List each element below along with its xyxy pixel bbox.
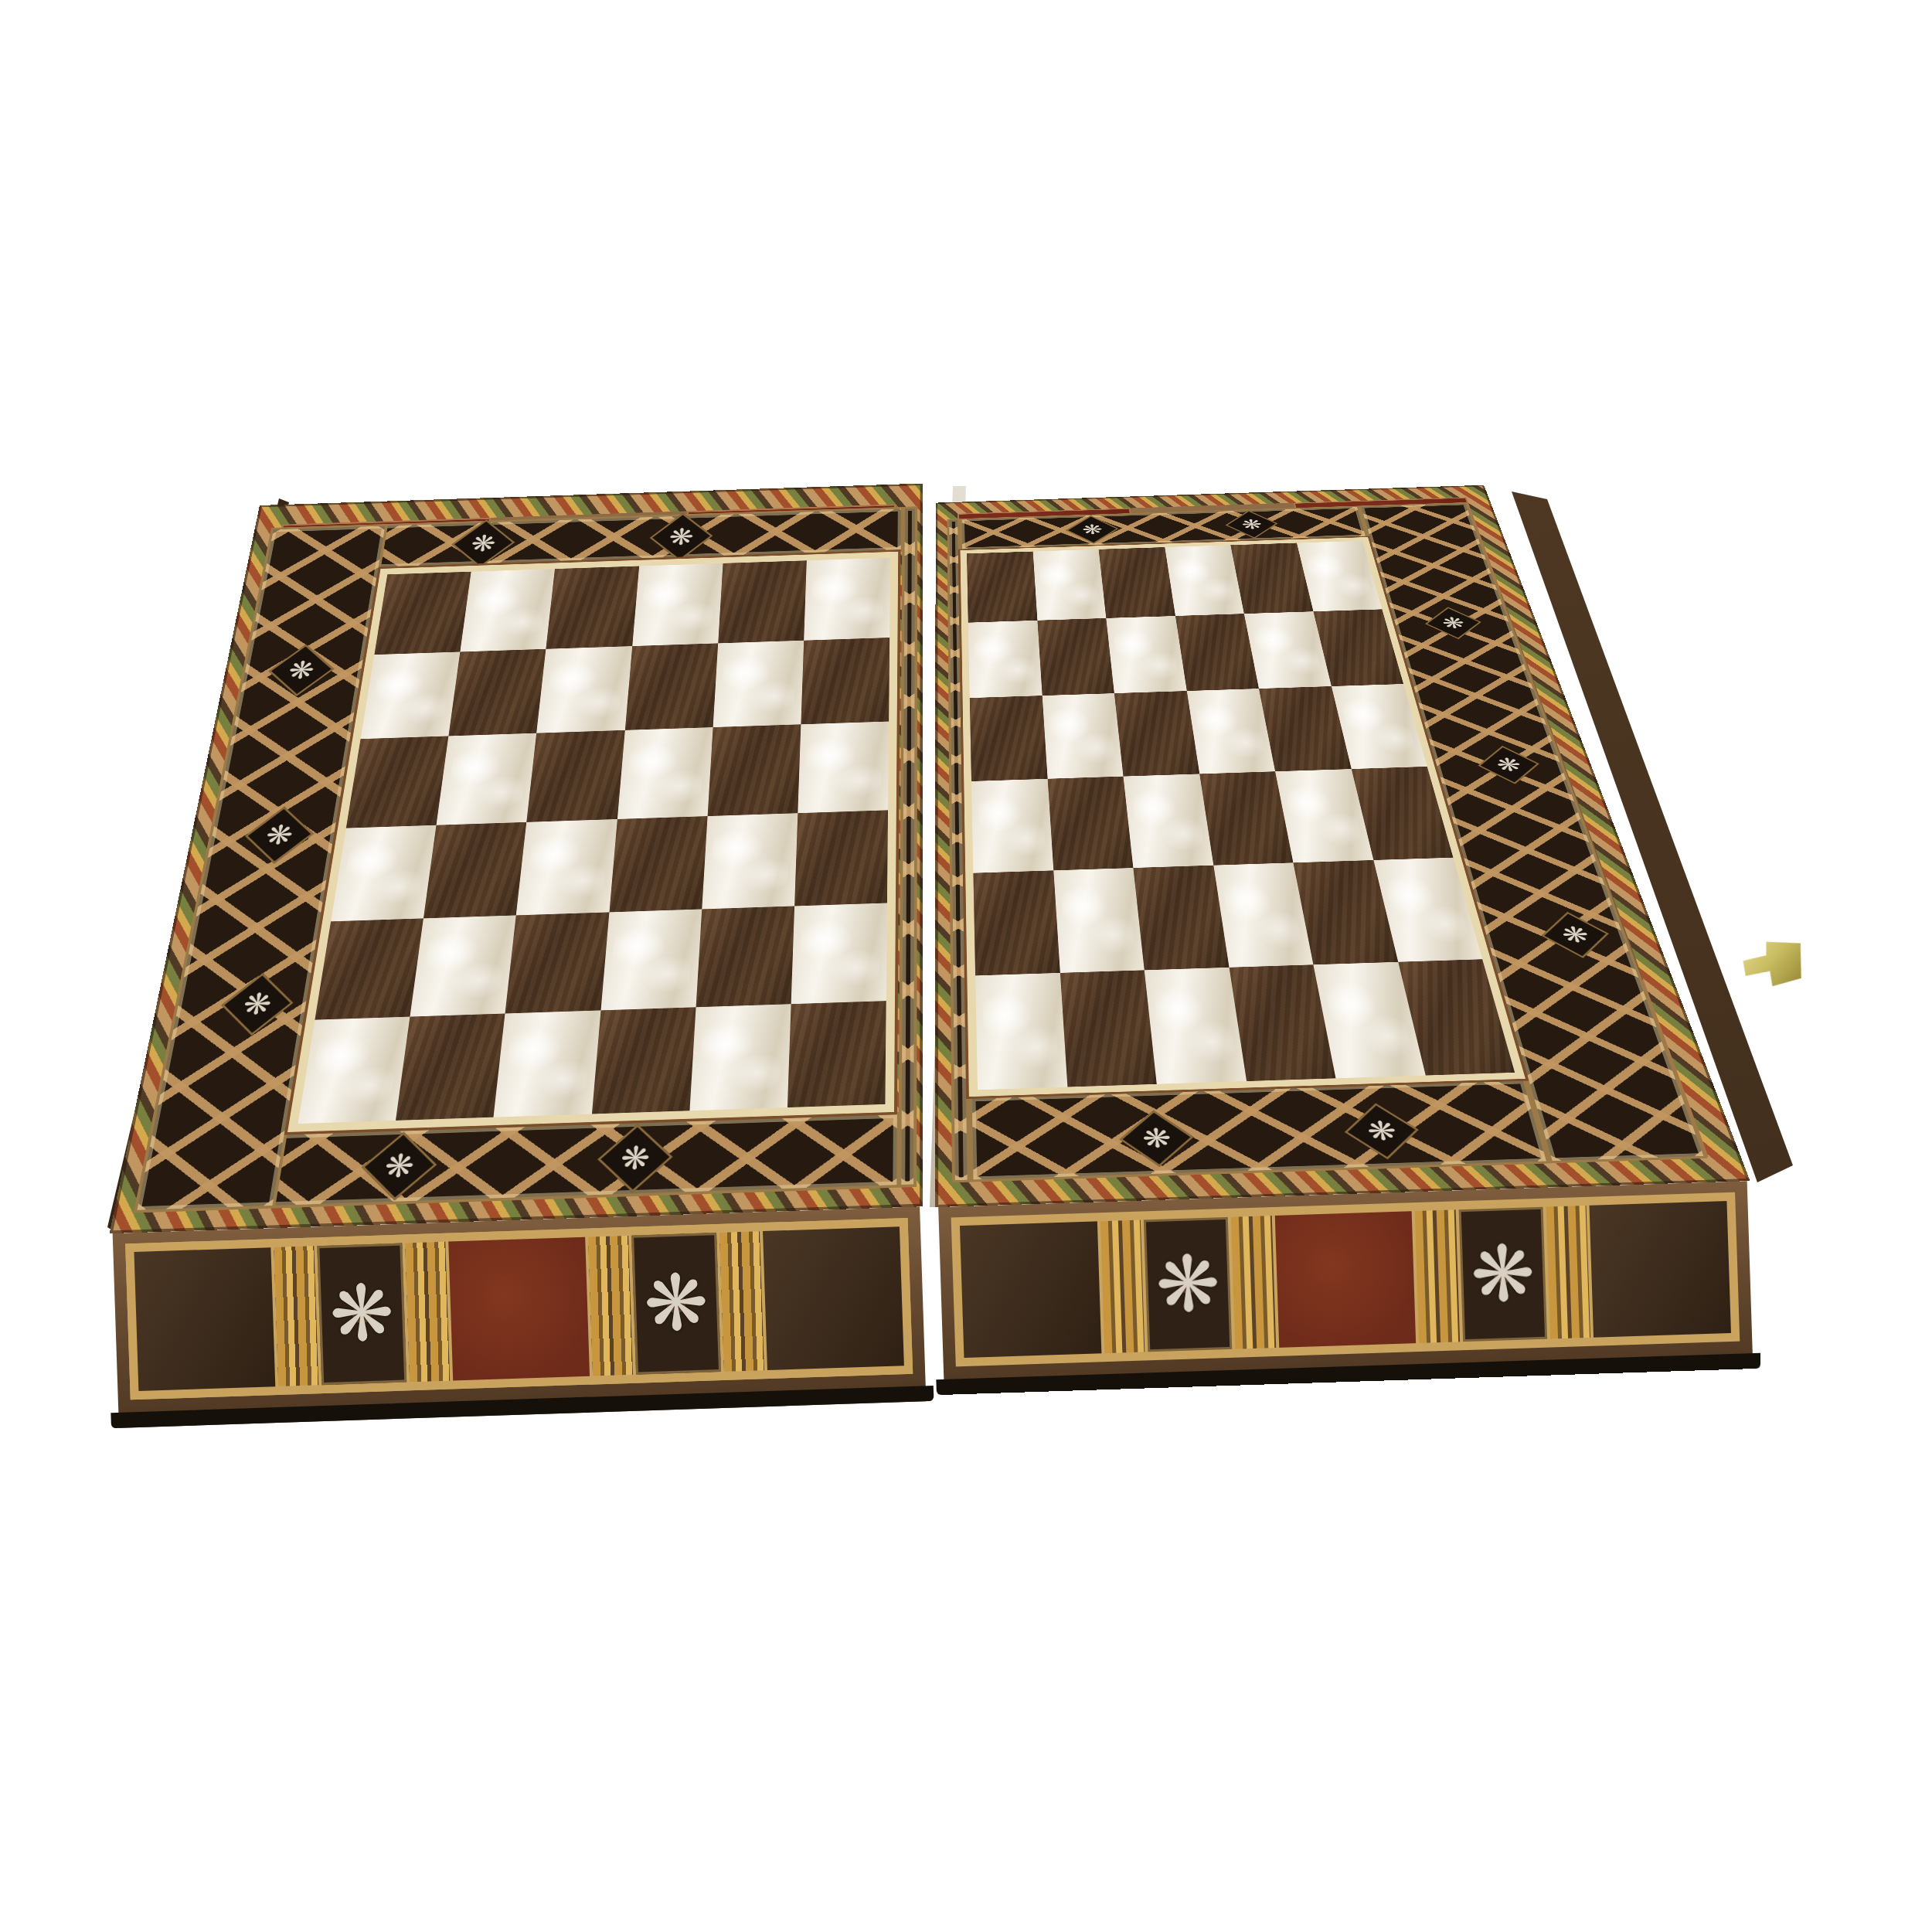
board-square xyxy=(791,903,886,1004)
board-left-half: ❋ ❋ ❋ ❋ ❋ ❋ ❋ ❋❋ xyxy=(86,485,930,1428)
board-square xyxy=(1047,776,1133,870)
board-square xyxy=(423,821,526,918)
checkerboard-left xyxy=(298,558,890,1124)
front-panel-stripes xyxy=(405,1242,450,1383)
front-panel-stripes xyxy=(1546,1206,1591,1339)
board-right-half: ❋ ❋ ❋ ❋ ❋ ❋ ❋ ❋❋ xyxy=(913,478,1757,1395)
front-panel-stripes xyxy=(719,1231,764,1372)
board-square xyxy=(536,646,631,733)
rosette-icon: ❋ xyxy=(1155,1245,1222,1325)
front-panel-rosette: ❋ xyxy=(1458,1207,1547,1342)
board-square xyxy=(460,569,555,651)
board-square xyxy=(689,1004,791,1111)
board-square xyxy=(970,696,1047,781)
front-panel-red xyxy=(1274,1211,1416,1348)
board-square xyxy=(718,560,807,643)
front-panel-dark xyxy=(763,1226,904,1370)
board-square xyxy=(787,1001,886,1107)
brass-latch xyxy=(1742,939,1804,988)
front-panel-dark xyxy=(134,1247,275,1391)
board-square xyxy=(696,906,794,1007)
board-square xyxy=(546,566,639,649)
left-top-surface: ❋ ❋ ❋ ❋ ❋ ❋ ❋ xyxy=(110,484,923,1234)
right-front-face-frame: ❋❋ xyxy=(951,1192,1740,1367)
board-square xyxy=(1060,970,1156,1087)
board-square xyxy=(1032,549,1106,621)
board-square xyxy=(1042,693,1123,778)
board-square xyxy=(1053,868,1145,973)
front-panel-red xyxy=(448,1237,590,1381)
front-panel-dark xyxy=(1590,1201,1731,1338)
board-square xyxy=(346,736,449,828)
board-square xyxy=(298,1016,410,1124)
front-panel-rosette: ❋ xyxy=(1144,1217,1233,1352)
board-square xyxy=(437,733,537,825)
board-square xyxy=(410,915,516,1016)
front-panel-stripes xyxy=(274,1246,319,1386)
board-square xyxy=(971,779,1053,873)
board-square xyxy=(527,730,625,821)
board-square xyxy=(1037,618,1114,696)
board-square xyxy=(1133,866,1229,970)
front-panel-rosette: ❋ xyxy=(318,1243,406,1386)
board-square xyxy=(505,912,609,1013)
rosette-icon: ❋ xyxy=(642,1264,709,1344)
board-square xyxy=(494,1010,600,1117)
board-square xyxy=(1106,616,1186,693)
front-panel-rosette: ❋ xyxy=(631,1233,720,1375)
photo-scene: ❋ ❋ ❋ ❋ ❋ ❋ ❋ ❋❋ xyxy=(0,0,1932,1932)
board-square xyxy=(516,819,617,916)
front-panel-stripes xyxy=(1100,1220,1145,1354)
board-square xyxy=(374,572,471,655)
board-square xyxy=(361,652,461,740)
front-panel-stripes xyxy=(1415,1209,1460,1343)
board-square xyxy=(973,870,1060,975)
rosette-icon: ❋ xyxy=(328,1274,396,1354)
front-face-panels: ❋❋ xyxy=(960,1201,1731,1358)
board-square xyxy=(591,1007,696,1114)
board-square xyxy=(624,644,718,731)
left-front-face: ❋❋ xyxy=(113,1206,927,1428)
board-square xyxy=(632,563,723,646)
board-square xyxy=(1099,547,1175,618)
board-square xyxy=(331,825,437,921)
board-square xyxy=(1124,774,1213,868)
front-face-panels: ❋❋ xyxy=(134,1226,903,1391)
board-square xyxy=(617,727,713,818)
front-panel-dark xyxy=(960,1221,1101,1358)
front-panel-stripes xyxy=(1231,1216,1276,1349)
board-square xyxy=(396,1013,505,1121)
board-square xyxy=(967,552,1037,623)
right-front-face: ❋❋ xyxy=(938,1181,1753,1395)
front-panel-stripes xyxy=(588,1236,633,1376)
board-square xyxy=(315,918,423,1019)
lattice-band-south xyxy=(969,1079,1550,1182)
board-square xyxy=(609,816,707,912)
right-top-surface: ❋ ❋ ❋ ❋ ❋ ❋ ❋ xyxy=(935,485,1750,1207)
board-square xyxy=(702,813,798,909)
rosette-icon: ❋ xyxy=(1469,1235,1536,1315)
board-square xyxy=(707,725,801,816)
board-square xyxy=(975,973,1067,1090)
board-square xyxy=(1114,691,1199,776)
board-square xyxy=(968,621,1043,699)
left-front-face-frame: ❋❋ xyxy=(125,1218,913,1400)
checkerboard-frame xyxy=(287,552,898,1132)
board-square xyxy=(600,909,702,1010)
board-square xyxy=(448,649,546,736)
board-square xyxy=(713,641,804,727)
